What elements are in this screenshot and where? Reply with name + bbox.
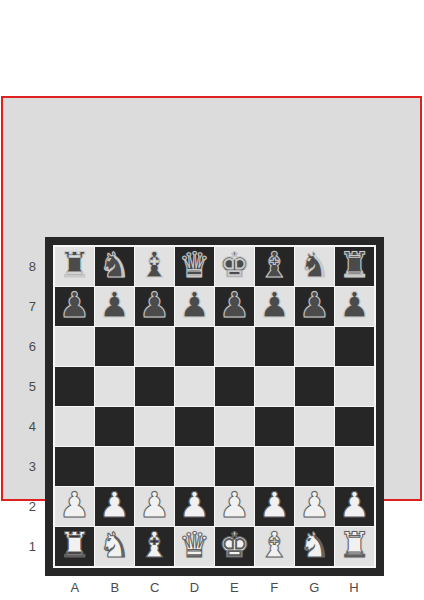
square-d3[interactable] (175, 447, 214, 486)
square-a6[interactable] (55, 327, 94, 366)
square-f6[interactable] (255, 327, 294, 366)
square-c4[interactable] (135, 407, 174, 446)
piece-black-queen: ♛ (179, 248, 210, 283)
piece-black-pawn: ♟ (179, 288, 210, 323)
rank-label-5: 5 (3, 367, 39, 407)
square-f7[interactable]: ♟ (255, 287, 294, 326)
file-label-g: G (294, 578, 334, 596)
square-e1[interactable]: ♚ (215, 527, 254, 566)
square-d8[interactable]: ♛ (175, 247, 214, 286)
piece-black-knight: ♞ (299, 248, 330, 283)
piece-white-pawn: ♟ (99, 488, 130, 523)
square-f2[interactable]: ♟ (255, 487, 294, 526)
square-g7[interactable]: ♟ (295, 287, 334, 326)
diagram-panel: 87654321 ♜♞♝♛♚♝♞♜♟♟♟♟♟♟♟♟♟♟♟♟♟♟♟♟♜♞♝♛♚♝♞… (1, 96, 422, 501)
piece-white-pawn: ♟ (179, 488, 210, 523)
square-c5[interactable] (135, 367, 174, 406)
square-g5[interactable] (295, 367, 334, 406)
square-a2[interactable]: ♟ (55, 487, 94, 526)
square-h8[interactable]: ♜ (335, 247, 374, 286)
square-a8[interactable]: ♜ (55, 247, 94, 286)
square-f3[interactable] (255, 447, 294, 486)
square-b2[interactable]: ♟ (95, 487, 134, 526)
square-h6[interactable] (335, 327, 374, 366)
piece-white-queen: ♛ (179, 528, 210, 563)
square-d5[interactable] (175, 367, 214, 406)
square-e6[interactable] (215, 327, 254, 366)
square-a1[interactable]: ♜ (55, 527, 94, 566)
square-b1[interactable]: ♞ (95, 527, 134, 566)
page: 87654321 ♜♞♝♛♚♝♞♜♟♟♟♟♟♟♟♟♟♟♟♟♟♟♟♟♜♞♝♛♚♝♞… (0, 0, 424, 600)
piece-black-pawn: ♟ (219, 288, 250, 323)
rank-label-7: 7 (3, 287, 39, 327)
square-e5[interactable] (215, 367, 254, 406)
square-e8[interactable]: ♚ (215, 247, 254, 286)
piece-black-pawn: ♟ (299, 288, 330, 323)
square-g8[interactable]: ♞ (295, 247, 334, 286)
piece-black-pawn: ♟ (339, 288, 370, 323)
file-label-h: H (334, 578, 374, 596)
square-g3[interactable] (295, 447, 334, 486)
piece-white-pawn: ♟ (299, 488, 330, 523)
square-h2[interactable]: ♟ (335, 487, 374, 526)
rank-label-6: 6 (3, 327, 39, 367)
square-b5[interactable] (95, 367, 134, 406)
square-e4[interactable] (215, 407, 254, 446)
file-label-a: A (55, 578, 95, 596)
square-b7[interactable]: ♟ (95, 287, 134, 326)
square-h7[interactable]: ♟ (335, 287, 374, 326)
board-grid: ♜♞♝♛♚♝♞♜♟♟♟♟♟♟♟♟♟♟♟♟♟♟♟♟♜♞♝♛♚♝♞♜ (55, 247, 374, 566)
square-d4[interactable] (175, 407, 214, 446)
piece-white-bishop: ♝ (139, 528, 170, 563)
square-f5[interactable] (255, 367, 294, 406)
square-c2[interactable]: ♟ (135, 487, 174, 526)
square-c7[interactable]: ♟ (135, 287, 174, 326)
square-b3[interactable] (95, 447, 134, 486)
piece-white-rook: ♜ (339, 528, 370, 563)
square-a7[interactable]: ♟ (55, 287, 94, 326)
square-h4[interactable] (335, 407, 374, 446)
rank-labels: 87654321 (3, 247, 39, 566)
piece-black-pawn: ♟ (259, 288, 290, 323)
piece-black-bishop: ♝ (259, 248, 290, 283)
chess-board: ♜♞♝♛♚♝♞♜♟♟♟♟♟♟♟♟♟♟♟♟♟♟♟♟♜♞♝♛♚♝♞♜ (45, 237, 384, 576)
piece-black-bishop: ♝ (139, 248, 170, 283)
file-label-b: B (95, 578, 135, 596)
piece-black-rook: ♜ (339, 248, 370, 283)
square-g6[interactable] (295, 327, 334, 366)
board-inner-frame: ♜♞♝♛♚♝♞♜♟♟♟♟♟♟♟♟♟♟♟♟♟♟♟♟♜♞♝♛♚♝♞♜ (53, 245, 376, 568)
piece-black-king: ♚ (219, 248, 250, 283)
square-b8[interactable]: ♞ (95, 247, 134, 286)
piece-black-pawn: ♟ (99, 288, 130, 323)
square-g2[interactable]: ♟ (295, 487, 334, 526)
piece-black-pawn: ♟ (139, 288, 170, 323)
piece-black-knight: ♞ (99, 248, 130, 283)
piece-white-pawn: ♟ (259, 488, 290, 523)
square-h5[interactable] (335, 367, 374, 406)
piece-white-king: ♚ (219, 528, 250, 563)
square-f4[interactable] (255, 407, 294, 446)
square-a3[interactable] (55, 447, 94, 486)
piece-white-rook: ♜ (59, 528, 90, 563)
file-label-d: D (175, 578, 215, 596)
piece-white-bishop: ♝ (259, 528, 290, 563)
square-e7[interactable]: ♟ (215, 287, 254, 326)
square-b4[interactable] (95, 407, 134, 446)
rank-label-3: 3 (3, 446, 39, 486)
square-a4[interactable] (55, 407, 94, 446)
square-h1[interactable]: ♜ (335, 527, 374, 566)
piece-white-pawn: ♟ (339, 488, 370, 523)
square-e3[interactable] (215, 447, 254, 486)
file-label-c: C (135, 578, 175, 596)
piece-white-knight: ♞ (99, 528, 130, 563)
rank-label-2: 2 (3, 486, 39, 526)
rank-label-1: 1 (3, 526, 39, 566)
piece-white-pawn: ♟ (59, 488, 90, 523)
square-g4[interactable] (295, 407, 334, 446)
square-d7[interactable]: ♟ (175, 287, 214, 326)
piece-white-pawn: ♟ (139, 488, 170, 523)
square-d2[interactable]: ♟ (175, 487, 214, 526)
square-f8[interactable]: ♝ (255, 247, 294, 286)
piece-black-pawn: ♟ (59, 288, 90, 323)
square-f1[interactable]: ♝ (255, 527, 294, 566)
square-e2[interactable]: ♟ (215, 487, 254, 526)
piece-white-knight: ♞ (299, 528, 330, 563)
file-label-f: F (254, 578, 294, 596)
piece-white-pawn: ♟ (219, 488, 250, 523)
square-g1[interactable]: ♞ (295, 527, 334, 566)
square-a5[interactable] (55, 367, 94, 406)
square-c3[interactable] (135, 447, 174, 486)
rank-label-8: 8 (3, 247, 39, 287)
file-labels: ABCDEFGH (55, 578, 374, 596)
square-h3[interactable] (335, 447, 374, 486)
square-c6[interactable] (135, 327, 174, 366)
rank-label-4: 4 (3, 407, 39, 447)
square-d1[interactable]: ♛ (175, 527, 214, 566)
piece-black-rook: ♜ (59, 248, 90, 283)
square-c8[interactable]: ♝ (135, 247, 174, 286)
square-b6[interactable] (95, 327, 134, 366)
square-c1[interactable]: ♝ (135, 527, 174, 566)
file-label-e: E (215, 578, 255, 596)
square-d6[interactable] (175, 327, 214, 366)
